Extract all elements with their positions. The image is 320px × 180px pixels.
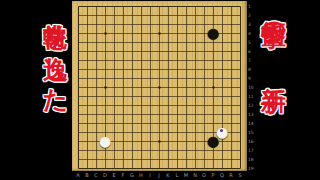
column-label-M: M xyxy=(182,172,191,179)
column-label-N: N xyxy=(191,172,200,179)
overlay-title-left: 常軌を逸した xyxy=(39,3,72,179)
column-label-A: A xyxy=(74,172,83,179)
column-label-G: G xyxy=(128,172,137,179)
white-stone-D16: ● xyxy=(101,137,110,146)
stones-layer: ●●●● xyxy=(74,2,245,173)
column-label-K: K xyxy=(164,172,173,179)
column-label-L: L xyxy=(173,172,182,179)
video-frame: 常軌を逸した ●●●● ABCDEFGHIJKLMNOPQRS 12345678… xyxy=(0,0,320,180)
column-label-H: H xyxy=(137,172,146,179)
white-stone-Q15: ● xyxy=(218,128,227,137)
black-stone-P4: ● xyxy=(209,29,218,38)
column-label-J: J xyxy=(155,172,164,179)
column-label-E: E xyxy=(110,172,119,179)
column-label-S: S xyxy=(236,172,245,179)
column-label-I: I xyxy=(146,172,155,179)
overlay-title-right: 衝撃の 新手 xyxy=(257,1,290,179)
last-move-marker xyxy=(220,129,223,132)
column-label-D: D xyxy=(101,172,110,179)
column-label-R: R xyxy=(227,172,236,179)
column-label-O: O xyxy=(200,172,209,179)
column-coordinates: ABCDEFGHIJKLMNOPQRS xyxy=(74,172,245,179)
column-label-F: F xyxy=(119,172,128,179)
column-label-C: C xyxy=(92,172,101,179)
column-label-P: P xyxy=(209,172,218,179)
column-label-B: B xyxy=(83,172,92,179)
column-label-Q: Q xyxy=(218,172,227,179)
